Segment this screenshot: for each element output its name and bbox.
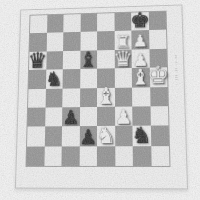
board-margin: ♚♜♟♛♝♛♟♞♝♚♝♟♟♟♞♞ ıı·ı··ıı·ııı ♞: [15, 4, 188, 189]
square-h2[interactable]: [150, 126, 169, 146]
square-b4[interactable]: [45, 88, 62, 107]
square-a1[interactable]: [26, 146, 44, 166]
square-a4[interactable]: [28, 88, 45, 107]
board-grid: ♚♜♟♛♝♛♟♞♝♚♝♟♟♟♞♞: [25, 11, 170, 167]
piece-white-king[interactable]: ♚: [147, 64, 170, 88]
square-e8[interactable]: [97, 13, 114, 32]
square-e1[interactable]: [97, 146, 115, 166]
square-a3[interactable]: [28, 107, 46, 126]
square-d3[interactable]: [79, 107, 97, 127]
piece-black-pawn[interactable]: ♟: [62, 108, 80, 128]
piece-black-knight[interactable]: ♞: [45, 69, 63, 89]
piece-white-pawn[interactable]: ♟: [132, 33, 148, 50]
square-f4[interactable]: [114, 87, 132, 106]
piece-white-bishop[interactable]: ♝: [95, 85, 116, 108]
piece-black-king[interactable]: ♚: [130, 11, 150, 32]
board-brand-text: ıı·ı··ıı·ııı: [174, 55, 180, 81]
square-e7[interactable]: [97, 31, 114, 50]
square-d2[interactable]: ♟: [79, 126, 97, 146]
square-e6[interactable]: [97, 50, 114, 69]
piece-black-pawn[interactable]: ♟: [79, 127, 97, 148]
square-f2[interactable]: [115, 126, 133, 146]
square-c8[interactable]: [63, 14, 80, 33]
square-d6[interactable]: ♝: [80, 50, 97, 69]
square-h4[interactable]: [150, 87, 168, 107]
square-a5[interactable]: [29, 70, 46, 89]
square-f8[interactable]: [114, 13, 131, 32]
square-b3[interactable]: [45, 107, 63, 126]
square-c2[interactable]: [62, 126, 80, 146]
square-a2[interactable]: [27, 127, 45, 147]
square-c3[interactable]: ♟: [62, 107, 80, 126]
piece-black-knight[interactable]: ♞: [131, 124, 152, 147]
square-f3[interactable]: ♟: [115, 106, 133, 126]
square-b5[interactable]: ♞: [45, 69, 62, 88]
square-d5[interactable]: [80, 69, 97, 88]
square-c1[interactable]: [61, 146, 79, 166]
square-f5[interactable]: [114, 68, 132, 87]
square-e2[interactable]: ♞: [97, 126, 115, 146]
square-a6[interactable]: ♛: [29, 51, 46, 70]
square-c4[interactable]: [62, 88, 79, 107]
square-f1[interactable]: [115, 146, 133, 166]
square-g7[interactable]: ♟: [131, 30, 149, 49]
square-b7[interactable]: [46, 33, 63, 52]
square-g1[interactable]: [133, 146, 151, 166]
square-e4[interactable]: ♝: [97, 87, 115, 106]
square-g2[interactable]: ♞: [132, 126, 150, 146]
square-h7[interactable]: [149, 30, 167, 49]
square-h5[interactable]: ♚: [149, 67, 167, 86]
square-g8[interactable]: ♚: [131, 12, 149, 31]
piece-white-pawn[interactable]: ♟: [115, 107, 133, 127]
square-h8[interactable]: [148, 12, 166, 31]
chess-board: ♚♜♟♛♝♛♟♞♝♚♝♟♟♟♞♞ ıı·ı··ıı·ııı ♞: [15, 4, 188, 189]
square-c7[interactable]: [63, 32, 80, 51]
square-b1[interactable]: [44, 146, 62, 166]
square-a8[interactable]: [30, 15, 47, 33]
square-d4[interactable]: [80, 88, 97, 107]
square-d1[interactable]: [79, 146, 97, 166]
square-c5[interactable]: [63, 69, 80, 88]
square-c6[interactable]: [63, 51, 80, 70]
square-b8[interactable]: [47, 15, 64, 33]
piece-black-bishop[interactable]: ♝: [79, 49, 98, 70]
square-f6[interactable]: ♛: [114, 49, 132, 68]
square-g4[interactable]: [132, 87, 150, 107]
square-d8[interactable]: [80, 14, 97, 33]
square-h1[interactable]: [151, 146, 170, 166]
photo-background: ♚♜♟♛♝♛♟♞♝♚♝♟♟♟♞♞ ıı·ı··ıı·ııı ♞: [0, 0, 200, 200]
square-b2[interactable]: [44, 127, 62, 147]
piece-white-knight[interactable]: ♞: [96, 124, 116, 147]
square-h3[interactable]: [150, 106, 168, 126]
